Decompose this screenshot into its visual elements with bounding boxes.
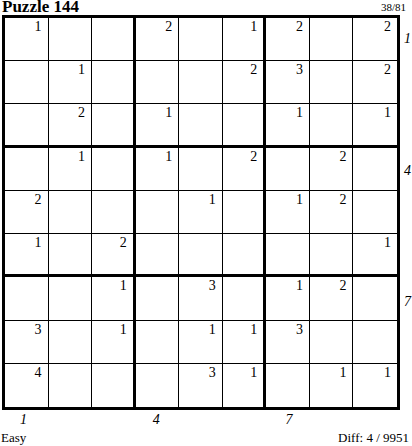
cell-r3c3[interactable] <box>92 104 136 147</box>
cell-r5c8[interactable]: 2 <box>310 191 354 234</box>
clue-number: 1 <box>296 106 303 120</box>
cell-r9c8[interactable]: 1 <box>310 364 354 407</box>
cell-r2c3[interactable] <box>92 61 136 104</box>
cell-r4c9[interactable] <box>353 148 397 191</box>
cell-r2c6[interactable]: 2 <box>223 61 267 104</box>
clue-number: 2 <box>339 279 346 293</box>
clue-number: 2 <box>339 193 346 207</box>
puzzle-page: Puzzle 144 38/81 12122123221111122211212… <box>0 0 412 446</box>
clue-number: 1 <box>35 20 42 34</box>
clue-number: 2 <box>250 63 257 77</box>
cell-r1c6[interactable]: 1 <box>223 18 267 61</box>
cell-r2c2[interactable]: 1 <box>49 61 93 104</box>
clue-number: 2 <box>384 63 391 77</box>
cell-r6c3[interactable]: 2 <box>92 234 136 277</box>
cell-r4c6[interactable]: 2 <box>223 148 267 191</box>
cell-r1c2[interactable] <box>49 18 93 61</box>
cell-r4c8[interactable]: 2 <box>310 148 354 191</box>
clue-number: 2 <box>78 106 85 120</box>
cell-r3c8[interactable] <box>310 104 354 147</box>
cell-r8c6[interactable]: 1 <box>223 321 267 364</box>
cell-r4c5[interactable] <box>179 148 223 191</box>
clue-number: 3 <box>296 323 303 337</box>
clue-number: 3 <box>296 63 303 77</box>
cell-r8c7[interactable]: 3 <box>266 321 310 364</box>
clue-number: 1 <box>165 106 172 120</box>
cell-r9c6[interactable]: 1 <box>223 364 267 407</box>
cell-r6c9[interactable]: 1 <box>353 234 397 277</box>
cell-r4c4[interactable]: 1 <box>136 148 180 191</box>
cell-r4c2[interactable]: 1 <box>49 148 93 191</box>
cell-r5c1[interactable]: 2 <box>5 191 49 234</box>
cell-r1c4[interactable]: 2 <box>136 18 180 61</box>
clue-number: 2 <box>120 236 127 250</box>
cell-r9c4[interactable] <box>136 364 180 407</box>
cell-r2c7[interactable]: 3 <box>266 61 310 104</box>
cell-r7c5[interactable]: 3 <box>179 277 223 320</box>
clue-number: 1 <box>35 236 42 250</box>
cell-r3c4[interactable]: 1 <box>136 104 180 147</box>
clue-number: 1 <box>384 236 391 250</box>
cell-r6c6[interactable] <box>223 234 267 277</box>
cell-r1c7[interactable]: 2 <box>266 18 310 61</box>
col-label-4: 4 <box>153 413 160 427</box>
cell-r9c2[interactable] <box>49 364 93 407</box>
cell-r1c5[interactable] <box>179 18 223 61</box>
cell-r7c1[interactable] <box>5 277 49 320</box>
cell-r8c8[interactable] <box>310 321 354 364</box>
cell-r7c3[interactable]: 1 <box>92 277 136 320</box>
clue-number: 1 <box>296 193 303 207</box>
cell-r1c3[interactable] <box>92 18 136 61</box>
cell-r5c5[interactable]: 1 <box>179 191 223 234</box>
cell-r3c5[interactable] <box>179 104 223 147</box>
cell-r3c1[interactable] <box>5 104 49 147</box>
cell-r7c2[interactable] <box>49 277 93 320</box>
row-label-7: 7 <box>404 295 411 309</box>
cell-r3c2[interactable]: 2 <box>49 104 93 147</box>
clue-number: 2 <box>165 20 172 34</box>
cell-r1c1[interactable]: 1 <box>5 18 49 61</box>
cell-r2c8[interactable] <box>310 61 354 104</box>
cell-r8c1[interactable]: 3 <box>5 321 49 364</box>
cell-r2c4[interactable] <box>136 61 180 104</box>
cell-r3c9[interactable]: 1 <box>353 104 397 147</box>
cell-r8c5[interactable]: 1 <box>179 321 223 364</box>
cell-r1c8[interactable] <box>310 18 354 61</box>
clue-number: 2 <box>250 150 257 164</box>
cell-r3c7[interactable]: 1 <box>266 104 310 147</box>
clue-number: 1 <box>78 63 85 77</box>
cell-r5c6[interactable] <box>223 191 267 234</box>
clue-number: 3 <box>209 366 216 380</box>
clue-number: 1 <box>296 279 303 293</box>
clue-number: 1 <box>250 20 257 34</box>
cell-r5c3[interactable] <box>92 191 136 234</box>
cell-r9c3[interactable] <box>92 364 136 407</box>
cell-r7c7[interactable]: 1 <box>266 277 310 320</box>
difficulty-label: Easy <box>1 430 26 446</box>
cell-r5c9[interactable] <box>353 191 397 234</box>
cell-r9c7[interactable] <box>266 364 310 407</box>
cell-r5c2[interactable] <box>49 191 93 234</box>
col-label-1: 1 <box>20 413 27 427</box>
clue-number: 2 <box>296 20 303 34</box>
clue-number: 1 <box>120 323 127 337</box>
cell-r6c8[interactable] <box>310 234 354 277</box>
cell-r8c4[interactable] <box>136 321 180 364</box>
clue-number: 1 <box>384 106 391 120</box>
cell-r2c1[interactable] <box>5 61 49 104</box>
clue-number: 1 <box>78 150 85 164</box>
diff-rating: Diff: 4 / 9951 <box>338 430 409 446</box>
row-label-4: 4 <box>404 164 411 178</box>
clue-number: 1 <box>165 150 172 164</box>
cell-r9c9[interactable]: 1 <box>353 364 397 407</box>
cell-r5c7[interactable]: 1 <box>266 191 310 234</box>
cell-r9c1[interactable]: 4 <box>5 364 49 407</box>
cell-r2c5[interactable] <box>179 61 223 104</box>
cell-r7c6[interactable] <box>223 277 267 320</box>
cell-r8c3[interactable]: 1 <box>92 321 136 364</box>
clue-number: 1 <box>339 366 346 380</box>
cell-r6c7[interactable] <box>266 234 310 277</box>
cell-r7c8[interactable]: 2 <box>310 277 354 320</box>
cell-r4c7[interactable] <box>266 148 310 191</box>
cell-r6c1[interactable]: 1 <box>5 234 49 277</box>
clue-number: 3 <box>209 279 216 293</box>
cell-r6c5[interactable] <box>179 234 223 277</box>
clue-number: 2 <box>384 20 391 34</box>
cell-r7c9[interactable] <box>353 277 397 320</box>
puzzle-board: 12122123221111122211212113123111343111 <box>2 15 400 410</box>
col-label-7: 7 <box>285 413 292 427</box>
clue-number: 1 <box>120 279 127 293</box>
clue-number: 1 <box>209 323 216 337</box>
clue-number: 1 <box>384 366 391 380</box>
cell-r4c3[interactable] <box>92 148 136 191</box>
clue-number: 1 <box>250 366 257 380</box>
cell-r9c5[interactable]: 3 <box>179 364 223 407</box>
row-label-1: 1 <box>404 32 411 46</box>
cell-r8c2[interactable] <box>49 321 93 364</box>
cell-r6c4[interactable] <box>136 234 180 277</box>
clue-number: 3 <box>35 323 42 337</box>
cell-r7c4[interactable] <box>136 277 180 320</box>
cell-r8c9[interactable] <box>353 321 397 364</box>
clue-count: 38/81 <box>381 1 406 13</box>
cell-r6c2[interactable] <box>49 234 93 277</box>
cell-r3c6[interactable] <box>223 104 267 147</box>
cell-r5c4[interactable] <box>136 191 180 234</box>
clue-number: 1 <box>250 323 257 337</box>
cell-r2c9[interactable]: 2 <box>353 61 397 104</box>
clue-number: 4 <box>35 366 42 380</box>
clue-number: 2 <box>35 193 42 207</box>
cell-r4c1[interactable] <box>5 148 49 191</box>
cell-r1c9[interactable]: 2 <box>353 18 397 61</box>
clue-number: 1 <box>209 193 216 207</box>
clue-number: 2 <box>339 150 346 164</box>
